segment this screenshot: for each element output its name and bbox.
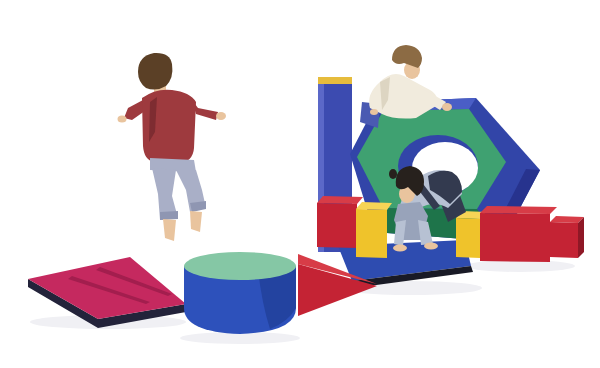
right-yellow-block-front <box>456 218 480 258</box>
softplay-scene <box>0 0 600 368</box>
left-red-block-top <box>317 196 363 204</box>
right-red-block2-front <box>550 222 578 258</box>
right-red-block2-top <box>550 216 584 223</box>
boy-jumping-left-hand <box>118 116 127 123</box>
right-red-block-top <box>480 206 557 214</box>
boy-jumping-right-foot <box>190 211 202 232</box>
girl-pigtail <box>389 169 397 179</box>
girl-right-hand <box>424 243 438 250</box>
left-yellow-block-front <box>356 209 387 258</box>
cylinder-top <box>184 252 296 280</box>
boy-jumping-hair <box>138 53 172 90</box>
left-yellow-block-top <box>356 202 392 210</box>
foam-cylinder <box>184 252 296 334</box>
left-red-block-front <box>317 203 357 248</box>
column-yellow-top <box>318 77 352 85</box>
right-red-block-front <box>480 213 550 262</box>
boy-jumping-right-hand <box>216 112 226 120</box>
boy-climbing-left-hand <box>370 109 378 115</box>
girl-left-hand <box>393 245 407 252</box>
photo-stage <box>0 0 600 368</box>
boy-jumping-left-cuff <box>160 211 178 220</box>
shadow-right-blocks <box>465 260 575 272</box>
right-red-block2-side <box>578 217 584 258</box>
boy-climbing-right-hand <box>442 103 452 111</box>
